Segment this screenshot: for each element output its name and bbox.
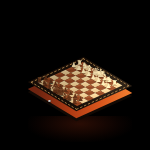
black-rook: ♜: [36, 76, 44, 83]
board-frame: ♜♞♝♛♚♝♞♜♟♟♟♟♟♟♟♟♟♟♟♟♟♟♟♟♜♞♝♛♚♝♞♜: [28, 57, 132, 111]
lacquer-reflection: [28, 116, 132, 142]
chess-set-photo: ♜♞♝♛♚♝♞♜♟♟♟♟♟♟♟♟♟♟♟♟♟♟♟♟♜♞♝♛♚♝♞♜: [0, 0, 150, 150]
